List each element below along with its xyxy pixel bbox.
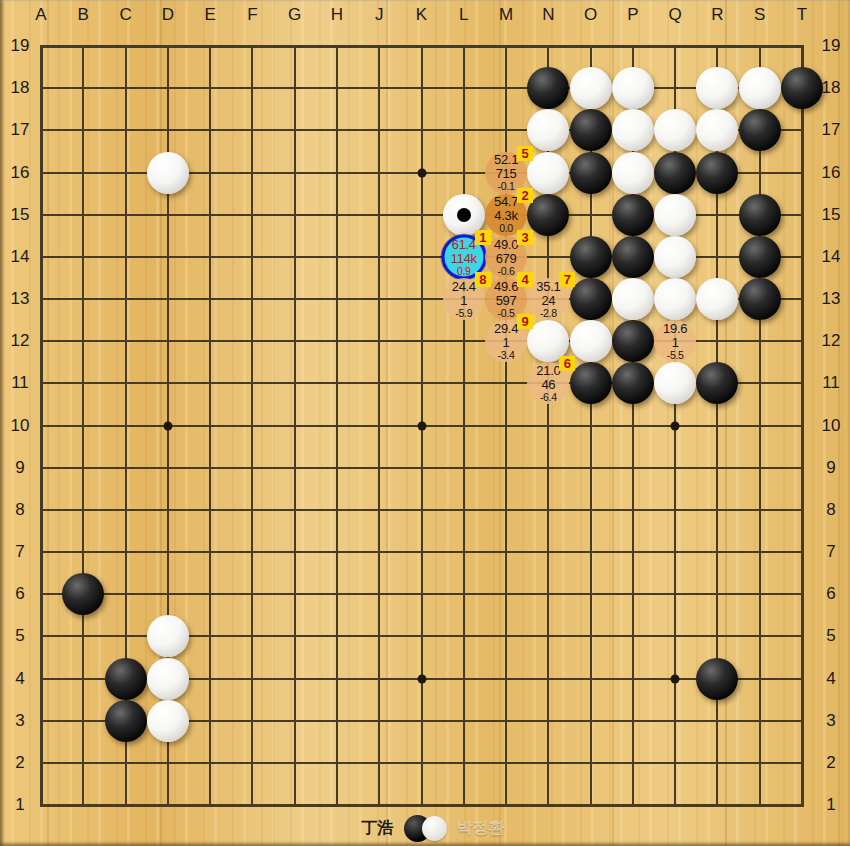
candidate-vis: 1 (672, 336, 679, 349)
coordinate-label-row-left: 11 (11, 373, 29, 393)
stone-white-Q13 (654, 278, 696, 320)
coordinate-label-row-right: 8 (826, 500, 835, 520)
coordinate-label-row-left: 12 (11, 331, 30, 351)
candidate-sc: -0.1 (498, 181, 515, 192)
grid-line-horizontal (40, 762, 804, 764)
stone-white-N17 (527, 109, 569, 151)
star-point (671, 674, 680, 683)
candidate-vis: 715 (496, 167, 517, 180)
coordinate-label-row-right: 5 (826, 626, 835, 646)
stone-black-T18 (781, 67, 823, 109)
stone-white-O12 (570, 320, 612, 362)
coordinate-label-row-left: 2 (15, 753, 24, 773)
coordinate-label-column: P (627, 5, 638, 25)
stone-white-O18 (570, 67, 612, 109)
grid-line-vertical (759, 45, 761, 807)
black-player-name: 丁浩 (362, 818, 394, 839)
coordinate-label-column: H (331, 5, 343, 25)
candidate-sc: 0.9 (457, 266, 471, 277)
stone-white-P17 (612, 109, 654, 151)
candidate-rank-badge: 6 (559, 356, 575, 371)
stone-black-O16 (570, 152, 612, 194)
stone-white-Q14 (654, 236, 696, 278)
stone-white-N16 (527, 152, 569, 194)
candidate-wr: 52.1 (494, 153, 518, 166)
coordinate-label-row-right: 13 (822, 289, 841, 309)
candidate-vis: 597 (496, 294, 517, 307)
coordinate-label-row-right: 6 (826, 584, 835, 604)
star-point (417, 421, 426, 430)
candidate-vis: 679 (496, 252, 517, 265)
coordinate-label-row-right: 18 (822, 78, 841, 98)
coordinate-label-row-left: 7 (15, 542, 24, 562)
stone-black-S17 (739, 109, 781, 151)
coordinate-label-row-right: 17 (822, 120, 841, 140)
coordinate-label-column: S (754, 5, 765, 25)
star-point (163, 421, 172, 430)
coordinate-label-column: M (499, 5, 513, 25)
coordinate-label-row-left: 13 (11, 289, 30, 309)
coordinate-label-column: Q (669, 5, 682, 25)
coordinate-label-row-left: 3 (15, 711, 24, 731)
coordinate-label-row-left: 5 (15, 626, 24, 646)
star-point (671, 421, 680, 430)
stone-black-O14 (570, 236, 612, 278)
candidate-rank-badge: 9 (517, 314, 533, 329)
stone-black-P11 (612, 362, 654, 404)
candidate-wr: 61.4 (452, 238, 476, 251)
candidate-vis: 1 (503, 336, 510, 349)
coordinate-label-column: L (459, 5, 468, 25)
coordinate-label-column: K (416, 5, 427, 25)
stone-black-P14 (612, 236, 654, 278)
coordinate-label-row-right: 19 (822, 36, 841, 56)
stone-black-R16 (696, 152, 738, 194)
stone-black-R4 (696, 658, 738, 700)
grid-line-horizontal (40, 551, 804, 553)
candidate-wr: 21.0 (536, 364, 560, 377)
stone-black-S15 (739, 194, 781, 236)
candidate-sc: -2.8 (540, 308, 557, 319)
coordinate-label-row-right: 12 (822, 331, 841, 351)
stone-black-R11 (696, 362, 738, 404)
candidate-vis: 114k (451, 252, 477, 265)
stone-white-R17 (696, 109, 738, 151)
coordinate-label-column: T (797, 5, 807, 25)
stone-white-P16 (612, 152, 654, 194)
coordinate-label-column: R (711, 5, 723, 25)
candidate-wr: 49.6 (494, 280, 518, 293)
candidate-rank-badge: 7 (559, 272, 575, 287)
coordinate-label-column: F (247, 5, 257, 25)
coordinate-label-row-left: 4 (15, 669, 24, 689)
grid-line-vertical (463, 45, 465, 807)
candidate-rank-badge: 5 (517, 146, 533, 161)
coordinate-label-row-right: 10 (822, 416, 841, 436)
coordinate-label-row-left: 9 (15, 458, 24, 478)
stone-black-C4 (105, 658, 147, 700)
stone-white-P18 (612, 67, 654, 109)
coordinate-label-row-left: 19 (11, 36, 30, 56)
coordinate-label-column: O (584, 5, 597, 25)
stone-white-Q15 (654, 194, 696, 236)
candidate-wr: 19.6 (663, 322, 687, 335)
stone-black-O13 (570, 278, 612, 320)
coordinate-label-row-left: 18 (11, 78, 30, 98)
coordinate-label-row-right: 3 (826, 711, 835, 731)
candidate-vis: 4.3k (494, 209, 517, 222)
candidate-rank-badge: 8 (475, 272, 491, 287)
candidate-sc: -6.4 (540, 392, 557, 403)
stone-white-Q17 (654, 109, 696, 151)
coordinate-label-row-right: 2 (826, 753, 835, 773)
candidate-vis: 24 (541, 294, 555, 307)
coordinate-label-column: D (162, 5, 174, 25)
candidate-rank-badge: 1 (475, 230, 491, 245)
stone-white-Q11 (654, 362, 696, 404)
coordinate-label-row-left: 15 (11, 205, 30, 225)
white-stone-icon (422, 816, 447, 841)
coordinate-label-row-right: 14 (822, 247, 841, 267)
candidate-wr: 29.4 (494, 322, 518, 335)
candidate-vis: 46 (541, 378, 555, 391)
candidate-sc: -3.4 (498, 350, 515, 361)
coordinate-label-row-left: 14 (11, 247, 30, 267)
stone-white-D16 (147, 152, 189, 194)
stone-black-B6 (62, 573, 104, 615)
candidate-move-Q12[interactable]: 19.61-5.5 (654, 320, 696, 362)
coordinate-label-column: C (119, 5, 131, 25)
coordinate-label-row-right: 4 (826, 669, 835, 689)
coordinate-label-row-left: 10 (11, 416, 30, 436)
stone-white-R13 (696, 278, 738, 320)
candidate-sc: -0.5 (498, 308, 515, 319)
player-bar: 丁浩 박정환 (0, 811, 850, 846)
coordinate-label-row-left: 16 (11, 163, 30, 183)
star-point (417, 168, 426, 177)
player-stones-indicator (404, 815, 447, 842)
coordinate-label-column: B (78, 5, 89, 25)
coordinate-label-row-right: 7 (826, 542, 835, 562)
coordinate-label-row-left: 8 (15, 500, 24, 520)
candidate-sc: -5.5 (667, 350, 684, 361)
candidate-wr: 54.7 (494, 195, 518, 208)
candidate-sc: 0.0 (499, 223, 513, 234)
stone-black-P15 (612, 194, 654, 236)
star-point (417, 674, 426, 683)
coordinate-label-row-right: 15 (822, 205, 841, 225)
candidate-wr: 35.1 (536, 280, 560, 293)
candidate-rank-badge: 2 (517, 188, 533, 203)
coordinate-label-row-right: 9 (826, 458, 835, 478)
coordinate-label-row-left: 17 (11, 120, 30, 140)
stone-black-N18 (527, 67, 569, 109)
goban[interactable]: ABCDEFGHJKLMNOPQRST191918181717161615151… (0, 0, 850, 812)
stone-white-D3 (147, 700, 189, 742)
candidate-rank-badge: 4 (517, 272, 533, 287)
stone-white-P13 (612, 278, 654, 320)
coordinate-label-row-left: 6 (15, 584, 24, 604)
stone-black-P12 (612, 320, 654, 362)
grid-line-horizontal (40, 467, 804, 469)
stone-black-C3 (105, 700, 147, 742)
stone-black-S14 (739, 236, 781, 278)
grid-line-vertical (801, 45, 804, 807)
stone-white-D5 (147, 615, 189, 657)
coordinate-label-column: A (35, 5, 46, 25)
coordinate-label-row-right: 11 (822, 373, 840, 393)
stone-black-O17 (570, 109, 612, 151)
candidate-vis: 1 (460, 294, 467, 307)
coordinate-label-column: G (288, 5, 301, 25)
candidate-sc: -0.6 (498, 266, 515, 277)
stone-white-S18 (739, 67, 781, 109)
candidate-wr: 49.0 (494, 238, 518, 251)
coordinate-label-column: J (375, 5, 384, 25)
coordinate-label-column: N (542, 5, 554, 25)
stone-black-N15 (527, 194, 569, 236)
grid-line-horizontal (40, 509, 804, 511)
white-player-name: 박정환 (457, 818, 505, 839)
stone-black-S13 (739, 278, 781, 320)
go-analysis-app: ABCDEFGHJKLMNOPQRST191918181717161615151… (0, 0, 850, 846)
grid-line-horizontal (40, 804, 804, 807)
coordinate-label-column: E (204, 5, 215, 25)
grid-line-horizontal (40, 593, 804, 595)
stone-black-Q16 (654, 152, 696, 194)
candidate-sc: -5.9 (455, 308, 472, 319)
stone-black-O11 (570, 362, 612, 404)
candidate-rank-badge: 3 (517, 230, 533, 245)
coordinate-label-row-right: 16 (822, 163, 841, 183)
candidate-wr: 24.4 (452, 280, 476, 293)
stone-white-D4 (147, 658, 189, 700)
last-move-marker (457, 208, 471, 222)
stone-white-R18 (696, 67, 738, 109)
